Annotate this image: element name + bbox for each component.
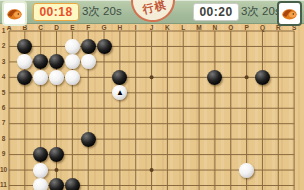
row-label-6: 6 (2, 104, 6, 111)
top-bar: 00:18 3次 20s 行棋 00:20 3次 20s (0, 0, 304, 24)
star-point-D10 (55, 168, 59, 172)
go-app-screen: 00:18 3次 20s 行棋 00:20 3次 20s ABCDEFGHIJK… (0, 0, 304, 190)
row-label-3: 3 (2, 58, 6, 65)
col-label-F: F (86, 24, 90, 31)
row-label-8: 8 (2, 135, 6, 142)
seal-text: 行棋 (141, 0, 168, 17)
stone-white-D4 (49, 70, 64, 85)
row-label-2: 2 (2, 42, 6, 49)
right-player-timer: 00:20 (193, 3, 239, 21)
stone-white-C10 (33, 163, 48, 178)
row-label-10: 10 (0, 166, 7, 173)
col-label-Q: Q (260, 24, 265, 32)
move-indicator-seal: 行棋 (127, 0, 180, 27)
stone-black-F2 (81, 39, 96, 54)
stone-white-E4 (65, 70, 80, 85)
right-player-avatar (277, 1, 302, 26)
col-label-L: L (181, 24, 185, 31)
stone-white-E2 (65, 39, 80, 54)
col-label-C: C (38, 24, 43, 31)
row-label-4: 4 (2, 73, 6, 80)
go-board[interactable]: ABCDEFGHIJKLMNOPQRS123456789101112131415… (0, 24, 304, 190)
star-point-P4 (245, 75, 249, 79)
left-player-byoyomi: 3次 20s (82, 4, 122, 19)
left-player-avatar (2, 1, 27, 26)
stone-black-F8 (81, 132, 96, 147)
col-label-M: M (196, 24, 201, 31)
star-point-J4 (150, 75, 154, 79)
row-label-9: 9 (2, 150, 6, 157)
star-point-J10 (150, 168, 154, 172)
stone-white-F3 (81, 54, 96, 69)
col-label-D: D (54, 24, 59, 31)
fox-avatar-icon (6, 5, 23, 22)
row-label-11: 11 (0, 181, 7, 188)
stone-black-Q4 (255, 70, 270, 85)
fox-avatar-icon (281, 5, 298, 22)
stone-black-G2 (97, 39, 112, 54)
stone-white-C11 (33, 178, 48, 190)
col-label-H: H (118, 24, 123, 31)
col-label-E: E (70, 24, 75, 31)
stone-black-E11 (65, 178, 80, 190)
stone-white-P10 (239, 163, 254, 178)
col-label-P: P (244, 24, 249, 31)
left-player-timer: 00:18 (33, 3, 79, 21)
col-label-G: G (102, 24, 107, 31)
stone-white-C4 (33, 70, 48, 85)
row-label-1: 1 (2, 27, 6, 34)
row-label-7: 7 (2, 119, 6, 126)
stone-black-D11 (49, 178, 64, 190)
col-label-J: J (150, 24, 154, 31)
col-label-O: O (228, 24, 233, 31)
col-label-I: I (135, 24, 137, 31)
row-label-5: 5 (2, 89, 6, 96)
right-player-byoyomi: 3次 20s (241, 4, 281, 19)
col-label-K: K (165, 24, 170, 31)
col-label-N: N (213, 24, 218, 31)
